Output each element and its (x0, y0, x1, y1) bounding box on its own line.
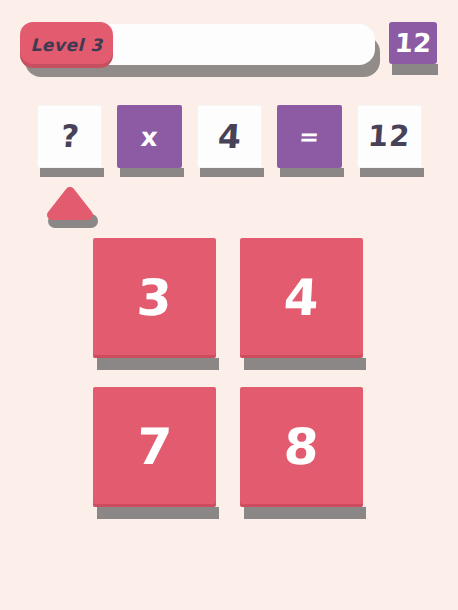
equation-cell-result: 12 (357, 105, 422, 168)
equation-cell-operand: 4 (197, 105, 262, 168)
equation-row: ? x 4 = 12 (37, 105, 422, 168)
result-value: 12 (367, 122, 411, 151)
equation-cell-unknown: ? (37, 105, 102, 168)
multiply-sign: x (140, 124, 159, 150)
equation-cell-operator: x (117, 105, 182, 168)
target-badge: 12 (389, 22, 437, 64)
operand-value: 4 (217, 120, 242, 153)
equals-sign: = (299, 125, 321, 149)
choice-value: 3 (136, 273, 173, 323)
choices-grid: 3 4 7 8 (93, 238, 363, 507)
choice-card-3[interactable]: 3 (93, 238, 216, 358)
active-slot-pointer (44, 183, 100, 231)
choice-card-4[interactable]: 4 (240, 238, 363, 358)
choice-value: 8 (283, 422, 320, 472)
choice-value: 4 (283, 273, 320, 323)
pointer-triangle-icon (44, 183, 96, 223)
choice-card-8[interactable]: 8 (240, 387, 363, 507)
level-label: Level 3 (30, 35, 102, 55)
equation-cell-equals: = (277, 105, 342, 168)
question-mark: ? (59, 121, 79, 152)
game-screen: Level 3 12 ? x 4 = 12 3 4 (0, 0, 458, 610)
choice-card-7[interactable]: 7 (93, 387, 216, 507)
level-badge[interactable]: Level 3 (20, 22, 113, 68)
target-value: 12 (394, 28, 432, 58)
choice-value: 7 (136, 422, 173, 472)
